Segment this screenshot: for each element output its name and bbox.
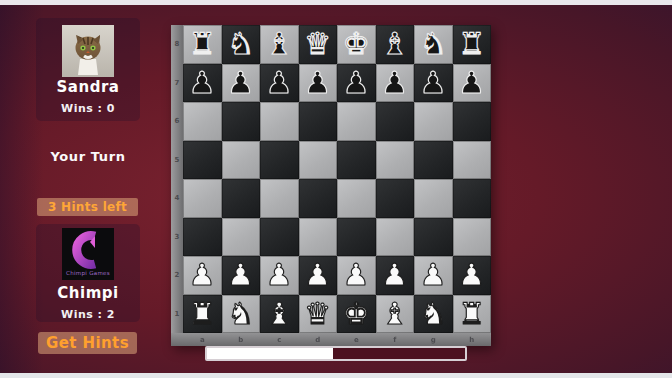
square-d6[interactable] bbox=[299, 102, 338, 141]
black-king: ♚ bbox=[337, 25, 376, 64]
square-a3[interactable] bbox=[183, 218, 222, 257]
white-pawn: ♟ bbox=[260, 256, 299, 295]
square-e5[interactable] bbox=[337, 141, 376, 180]
square-h8[interactable]: ♜ bbox=[453, 25, 492, 64]
rank-label-5: 5 bbox=[171, 141, 183, 180]
white-knight: ♞ bbox=[414, 295, 453, 334]
square-h1[interactable]: ♜ bbox=[453, 295, 492, 334]
black-pawn: ♟ bbox=[337, 64, 376, 103]
square-h5[interactable] bbox=[453, 141, 492, 180]
square-c6[interactable] bbox=[260, 102, 299, 141]
player-card: Chimpi Games Chimpi Wins : 2 bbox=[36, 224, 140, 322]
square-a7[interactable]: ♟ bbox=[183, 64, 222, 103]
rank-labels: 87654321 bbox=[171, 25, 183, 333]
hints-left-banner: 3 Hints left bbox=[37, 198, 138, 216]
square-c3[interactable] bbox=[260, 218, 299, 257]
turn-indicator: Your Turn bbox=[0, 149, 176, 164]
file-label-e: e bbox=[337, 333, 376, 346]
file-label-c: c bbox=[260, 333, 299, 346]
square-c8[interactable]: ♝ bbox=[260, 25, 299, 64]
white-pawn: ♟ bbox=[299, 256, 338, 295]
opponent-card: Sandra Wins : 0 bbox=[36, 18, 140, 121]
square-e4[interactable] bbox=[337, 179, 376, 218]
square-b6[interactable] bbox=[222, 102, 261, 141]
white-pawn: ♟ bbox=[376, 256, 415, 295]
square-g2[interactable]: ♟ bbox=[414, 256, 453, 295]
square-c5[interactable] bbox=[260, 141, 299, 180]
chess-board: 87654321 ♜♞♝♛♚♝♞♜♟♟♟♟♟♟♟♟♟♟♟♟♟♟♟♟♜♞♝♛♚♝♞… bbox=[171, 25, 491, 346]
square-e6[interactable] bbox=[337, 102, 376, 141]
square-d8[interactable]: ♛ bbox=[299, 25, 338, 64]
board-grid: ♜♞♝♛♚♝♞♜♟♟♟♟♟♟♟♟♟♟♟♟♟♟♟♟♜♞♝♛♚♝♞♜ bbox=[183, 25, 491, 333]
get-hints-button[interactable]: Get Hints bbox=[38, 332, 137, 354]
square-f5[interactable] bbox=[376, 141, 415, 180]
white-rook: ♜ bbox=[453, 295, 492, 334]
square-b7[interactable]: ♟ bbox=[222, 64, 261, 103]
white-bishop: ♝ bbox=[376, 295, 415, 334]
rank-label-7: 7 bbox=[171, 64, 183, 103]
square-d1[interactable]: ♛ bbox=[299, 295, 338, 334]
black-queen: ♛ bbox=[299, 25, 338, 64]
sidebar: Sandra Wins : 0 Your Turn 3 Hints left C… bbox=[0, 0, 176, 378]
square-h3[interactable] bbox=[453, 218, 492, 257]
square-f1[interactable]: ♝ bbox=[376, 295, 415, 334]
square-a2[interactable]: ♟ bbox=[183, 256, 222, 295]
white-pawn: ♟ bbox=[453, 256, 492, 295]
square-c4[interactable] bbox=[260, 179, 299, 218]
white-pawn: ♟ bbox=[183, 256, 222, 295]
square-f7[interactable]: ♟ bbox=[376, 64, 415, 103]
black-bishop: ♝ bbox=[376, 25, 415, 64]
square-b1[interactable]: ♞ bbox=[222, 295, 261, 334]
black-pawn: ♟ bbox=[453, 64, 492, 103]
opponent-avatar bbox=[62, 25, 114, 77]
black-pawn: ♟ bbox=[299, 64, 338, 103]
square-d4[interactable] bbox=[299, 179, 338, 218]
black-pawn: ♟ bbox=[414, 64, 453, 103]
white-queen: ♛ bbox=[299, 295, 338, 334]
white-rook: ♜ bbox=[183, 295, 222, 334]
file-labels: abcdefgh bbox=[171, 333, 491, 346]
progress-bar bbox=[205, 346, 467, 361]
square-a5[interactable] bbox=[183, 141, 222, 180]
white-bishop: ♝ bbox=[260, 295, 299, 334]
black-pawn: ♟ bbox=[183, 64, 222, 103]
rank-label-6: 6 bbox=[171, 102, 183, 141]
square-c7[interactable]: ♟ bbox=[260, 64, 299, 103]
square-g7[interactable]: ♟ bbox=[414, 64, 453, 103]
square-a1[interactable]: ♜ bbox=[183, 295, 222, 334]
square-h4[interactable] bbox=[453, 179, 492, 218]
black-bishop: ♝ bbox=[260, 25, 299, 64]
cat-photo-icon bbox=[62, 25, 114, 77]
rank-label-8: 8 bbox=[171, 25, 183, 64]
square-g3[interactable] bbox=[414, 218, 453, 257]
opponent-wins: Wins : 0 bbox=[36, 102, 140, 115]
square-g6[interactable] bbox=[414, 102, 453, 141]
chimpi-games-logo: Chimpi Games bbox=[62, 228, 114, 280]
square-e1[interactable]: ♚ bbox=[337, 295, 376, 334]
progress-fill bbox=[207, 348, 333, 359]
square-a4[interactable] bbox=[183, 179, 222, 218]
square-d7[interactable]: ♟ bbox=[299, 64, 338, 103]
square-g4[interactable] bbox=[414, 179, 453, 218]
black-rook: ♜ bbox=[183, 25, 222, 64]
square-e7[interactable]: ♟ bbox=[337, 64, 376, 103]
square-a6[interactable] bbox=[183, 102, 222, 141]
square-e8[interactable]: ♚ bbox=[337, 25, 376, 64]
white-pawn: ♟ bbox=[414, 256, 453, 295]
rank-label-3: 3 bbox=[171, 218, 183, 257]
rank-label-2: 2 bbox=[171, 256, 183, 295]
file-label-d: d bbox=[299, 333, 338, 346]
file-label-f: f bbox=[376, 333, 415, 346]
file-strip-corner bbox=[171, 333, 183, 346]
square-c1[interactable]: ♝ bbox=[260, 295, 299, 334]
file-label-b: b bbox=[222, 333, 261, 346]
square-a8[interactable]: ♜ bbox=[183, 25, 222, 64]
black-pawn: ♟ bbox=[260, 64, 299, 103]
square-b2[interactable]: ♟ bbox=[222, 256, 261, 295]
player-wins: Wins : 2 bbox=[36, 308, 140, 321]
square-h6[interactable] bbox=[453, 102, 492, 141]
square-f3[interactable] bbox=[376, 218, 415, 257]
black-knight: ♞ bbox=[414, 25, 453, 64]
rank-label-1: 1 bbox=[171, 295, 183, 334]
square-c2[interactable]: ♟ bbox=[260, 256, 299, 295]
file-label-g: g bbox=[414, 333, 453, 346]
square-f2[interactable]: ♟ bbox=[376, 256, 415, 295]
square-b8[interactable]: ♞ bbox=[222, 25, 261, 64]
black-knight: ♞ bbox=[222, 25, 261, 64]
square-g8[interactable]: ♞ bbox=[414, 25, 453, 64]
opponent-name: Sandra bbox=[36, 78, 140, 96]
square-g1[interactable]: ♞ bbox=[414, 295, 453, 334]
black-pawn: ♟ bbox=[376, 64, 415, 103]
window-top-edge bbox=[0, 0, 672, 5]
square-e3[interactable] bbox=[337, 218, 376, 257]
square-d2[interactable]: ♟ bbox=[299, 256, 338, 295]
square-f4[interactable] bbox=[376, 179, 415, 218]
square-d3[interactable] bbox=[299, 218, 338, 257]
white-king: ♚ bbox=[337, 295, 376, 334]
player-name: Chimpi bbox=[36, 284, 140, 302]
white-pawn: ♟ bbox=[222, 256, 261, 295]
square-b4[interactable] bbox=[222, 179, 261, 218]
square-d5[interactable] bbox=[299, 141, 338, 180]
app-window: Sandra Wins : 0 Your Turn 3 Hints left C… bbox=[0, 0, 672, 378]
square-f6[interactable] bbox=[376, 102, 415, 141]
square-g5[interactable] bbox=[414, 141, 453, 180]
square-h7[interactable]: ♟ bbox=[453, 64, 492, 103]
square-h2[interactable]: ♟ bbox=[453, 256, 492, 295]
square-b5[interactable] bbox=[222, 141, 261, 180]
square-f8[interactable]: ♝ bbox=[376, 25, 415, 64]
square-e2[interactable]: ♟ bbox=[337, 256, 376, 295]
black-pawn: ♟ bbox=[222, 64, 261, 103]
file-label-a: a bbox=[183, 333, 222, 346]
logo-caption: Chimpi Games bbox=[62, 270, 114, 276]
white-knight: ♞ bbox=[222, 295, 261, 334]
window-bottom-edge bbox=[0, 373, 672, 378]
black-rook: ♜ bbox=[453, 25, 492, 64]
white-pawn: ♟ bbox=[337, 256, 376, 295]
square-b3[interactable] bbox=[222, 218, 261, 257]
rank-label-4: 4 bbox=[171, 179, 183, 218]
file-label-h: h bbox=[453, 333, 492, 346]
